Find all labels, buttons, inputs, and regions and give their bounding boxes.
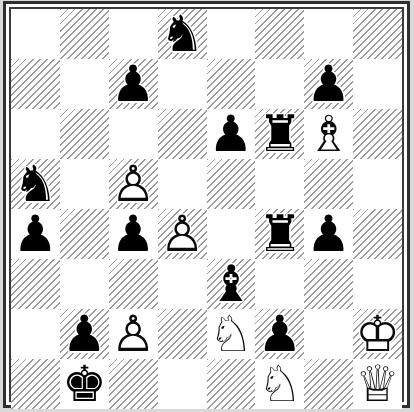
square-b6[interactable] [60, 109, 109, 159]
white-queen-piece: ♛♕ [353, 359, 402, 409]
black-pawn-piece: ♟ [11, 209, 60, 259]
white-bishop-piece: ♝♗ [304, 109, 353, 159]
square-e1[interactable] [207, 359, 256, 409]
board-inner-border: ♞♟♟♟♜♝♗♞♟♙♟♟♟♙♜♟♝♟♟♙♞♘♟♚♔♚♞♘♛♕ [9, 7, 404, 402]
white-knight-piece: ♞♘ [255, 359, 304, 409]
square-c3[interactable] [109, 259, 158, 309]
black-pawn-piece: ♟ [207, 109, 256, 159]
square-a1[interactable] [11, 359, 60, 409]
square-c8[interactable] [109, 9, 158, 59]
square-d2[interactable] [158, 309, 207, 359]
square-e7[interactable] [207, 59, 256, 109]
white-pawn-piece: ♟♙ [158, 209, 207, 259]
square-d4[interactable]: ♟♙ [158, 209, 207, 259]
square-a8[interactable] [11, 9, 60, 59]
square-f5[interactable] [255, 159, 304, 209]
square-a3[interactable] [11, 259, 60, 309]
black-rook-piece: ♜ [255, 109, 304, 159]
square-g6[interactable]: ♝♗ [304, 109, 353, 159]
square-b2[interactable]: ♟ [60, 309, 109, 359]
square-e4[interactable] [207, 209, 256, 259]
square-d8[interactable]: ♞ [158, 9, 207, 59]
square-f4[interactable]: ♜ [255, 209, 304, 259]
square-b4[interactable] [60, 209, 109, 259]
black-bishop-piece: ♝ [207, 259, 256, 309]
square-f1[interactable]: ♞♘ [255, 359, 304, 409]
square-d5[interactable] [158, 159, 207, 209]
square-h7[interactable] [353, 59, 402, 109]
square-f8[interactable] [255, 9, 304, 59]
square-g8[interactable] [304, 9, 353, 59]
square-b3[interactable] [60, 259, 109, 309]
square-h3[interactable] [353, 259, 402, 309]
chess-board: ♞♟♟♟♜♝♗♞♟♙♟♟♟♙♜♟♝♟♟♙♞♘♟♚♔♚♞♘♛♕ [11, 9, 402, 400]
square-e3[interactable]: ♝ [207, 259, 256, 309]
square-d7[interactable] [158, 59, 207, 109]
square-g7[interactable]: ♟ [304, 59, 353, 109]
square-g4[interactable]: ♟ [304, 209, 353, 259]
black-rook-piece: ♜ [255, 209, 304, 259]
square-f3[interactable] [255, 259, 304, 309]
square-d1[interactable] [158, 359, 207, 409]
black-pawn-piece: ♟ [60, 309, 109, 359]
square-h6[interactable] [353, 109, 402, 159]
square-f6[interactable]: ♜ [255, 109, 304, 159]
black-pawn-piece: ♟ [304, 209, 353, 259]
square-c2[interactable]: ♟♙ [109, 309, 158, 359]
black-pawn-piece: ♟ [109, 59, 158, 109]
white-pawn-piece: ♟♙ [109, 309, 158, 359]
square-g1[interactable] [304, 359, 353, 409]
square-b7[interactable] [60, 59, 109, 109]
white-pawn-piece: ♟♙ [109, 159, 158, 209]
square-a2[interactable] [11, 309, 60, 359]
square-g5[interactable] [304, 159, 353, 209]
square-d3[interactable] [158, 259, 207, 309]
black-pawn-piece: ♟ [255, 309, 304, 359]
black-knight-piece: ♞ [158, 9, 207, 59]
black-pawn-piece: ♟ [304, 59, 353, 109]
white-knight-piece: ♞♘ [207, 309, 256, 359]
square-e8[interactable] [207, 9, 256, 59]
square-c6[interactable] [109, 109, 158, 159]
square-h1[interactable]: ♛♕ [353, 359, 402, 409]
black-knight-piece: ♞ [11, 159, 60, 209]
black-pawn-piece: ♟ [109, 209, 158, 259]
square-g3[interactable] [304, 259, 353, 309]
square-h4[interactable] [353, 209, 402, 259]
square-f7[interactable] [255, 59, 304, 109]
square-a5[interactable]: ♞ [11, 159, 60, 209]
square-h2[interactable]: ♚♔ [353, 309, 402, 359]
square-c7[interactable]: ♟ [109, 59, 158, 109]
square-e6[interactable]: ♟ [207, 109, 256, 159]
square-a4[interactable]: ♟ [11, 209, 60, 259]
square-d6[interactable] [158, 109, 207, 159]
square-c5[interactable]: ♟♙ [109, 159, 158, 209]
square-b8[interactable] [60, 9, 109, 59]
square-a7[interactable] [11, 59, 60, 109]
square-a6[interactable] [11, 109, 60, 159]
square-b5[interactable] [60, 159, 109, 209]
square-h5[interactable] [353, 159, 402, 209]
square-e5[interactable] [207, 159, 256, 209]
square-c4[interactable]: ♟ [109, 209, 158, 259]
square-h8[interactable] [353, 9, 402, 59]
square-e2[interactable]: ♞♘ [207, 309, 256, 359]
square-b1[interactable]: ♚ [60, 359, 109, 409]
board-frame: ♞♟♟♟♜♝♗♞♟♙♟♟♟♙♜♟♝♟♟♙♞♘♟♚♔♚♞♘♛♕ [3, 1, 410, 408]
square-f2[interactable]: ♟ [255, 309, 304, 359]
diagram-page: ♞♟♟♟♜♝♗♞♟♙♟♟♟♙♜♟♝♟♟♙♞♘♟♚♔♚♞♘♛♕ [0, 0, 414, 412]
black-king-piece: ♚ [60, 359, 109, 409]
white-king-piece: ♚♔ [353, 309, 402, 359]
square-c1[interactable] [109, 359, 158, 409]
square-g2[interactable] [304, 309, 353, 359]
